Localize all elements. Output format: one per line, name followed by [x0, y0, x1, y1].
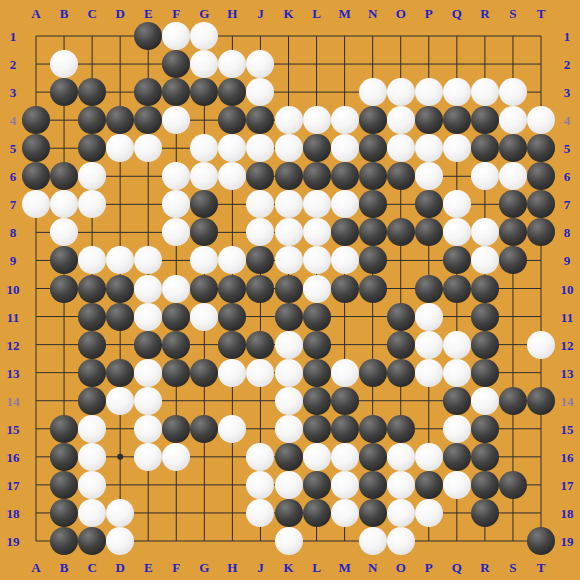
stone-white[interactable]	[303, 106, 331, 134]
stone-white[interactable]	[387, 527, 415, 555]
column-label-bottom: C	[87, 561, 96, 574]
column-label-top: D	[115, 7, 124, 20]
stone-white[interactable]	[331, 499, 359, 527]
column-label-bottom: N	[368, 561, 377, 574]
column-label-bottom: L	[312, 561, 321, 574]
stone-white[interactable]	[443, 415, 471, 443]
stone-white[interactable]	[415, 303, 443, 331]
stone-white[interactable]	[275, 471, 303, 499]
stone-white[interactable]	[527, 106, 555, 134]
stone-white[interactable]	[331, 106, 359, 134]
column-label-top: M	[338, 7, 350, 20]
stone-black[interactable]	[78, 331, 106, 359]
row-label-right: 11	[561, 310, 573, 323]
stone-black[interactable]	[387, 218, 415, 246]
stone-white[interactable]	[275, 415, 303, 443]
stone-black[interactable]	[22, 106, 50, 134]
stone-white[interactable]	[275, 527, 303, 555]
stone-black[interactable]	[359, 134, 387, 162]
column-label-bottom: Q	[452, 561, 462, 574]
stone-white[interactable]	[218, 359, 246, 387]
stone-white[interactable]	[134, 275, 162, 303]
row-label-left: 1	[10, 30, 17, 43]
stone-black[interactable]	[387, 303, 415, 331]
row-label-right: 6	[564, 170, 571, 183]
stone-white[interactable]	[443, 134, 471, 162]
stone-black[interactable]	[359, 190, 387, 218]
column-label-top: K	[283, 7, 293, 20]
stone-white[interactable]	[415, 331, 443, 359]
stone-white[interactable]	[303, 443, 331, 471]
stone-black[interactable]	[303, 387, 331, 415]
stone-white[interactable]	[415, 359, 443, 387]
row-label-left: 13	[7, 366, 20, 379]
stone-white[interactable]	[415, 499, 443, 527]
row-label-left: 16	[7, 450, 20, 463]
column-label-bottom: R	[480, 561, 489, 574]
stone-white[interactable]	[387, 499, 415, 527]
stone-black[interactable]	[387, 415, 415, 443]
stone-black[interactable]	[303, 162, 331, 190]
stone-white[interactable]	[415, 162, 443, 190]
stone-white[interactable]	[499, 78, 527, 106]
column-label-top: A	[31, 7, 40, 20]
column-label-bottom: G	[199, 561, 209, 574]
stone-white[interactable]	[275, 246, 303, 274]
stone-black[interactable]	[499, 134, 527, 162]
column-label-top: F	[172, 7, 180, 20]
column-label-bottom: D	[115, 561, 124, 574]
stone-black[interactable]	[331, 387, 359, 415]
stone-black[interactable]	[303, 331, 331, 359]
column-label-top: O	[396, 7, 406, 20]
stone-white[interactable]	[471, 387, 499, 415]
column-label-top: J	[257, 7, 264, 20]
stone-white[interactable]	[134, 359, 162, 387]
stone-black[interactable]	[246, 275, 274, 303]
stone-black[interactable]	[387, 359, 415, 387]
stone-white[interactable]	[275, 106, 303, 134]
stone-white[interactable]	[331, 443, 359, 471]
stone-white[interactable]	[331, 134, 359, 162]
stone-black[interactable]	[106, 303, 134, 331]
stone-white[interactable]	[134, 415, 162, 443]
stone-black[interactable]	[303, 499, 331, 527]
stone-white[interactable]	[106, 499, 134, 527]
stone-black[interactable]	[359, 275, 387, 303]
stone-black[interactable]	[415, 471, 443, 499]
stone-white[interactable]	[443, 471, 471, 499]
row-label-left: 18	[7, 506, 20, 519]
stone-black[interactable]	[443, 106, 471, 134]
stone-white[interactable]	[303, 246, 331, 274]
stone-black[interactable]	[359, 162, 387, 190]
stone-white[interactable]	[331, 190, 359, 218]
stone-white[interactable]	[415, 78, 443, 106]
column-label-bottom: K	[283, 561, 293, 574]
stone-black[interactable]	[471, 359, 499, 387]
stone-black[interactable]	[190, 275, 218, 303]
row-label-right: 12	[561, 338, 574, 351]
row-label-right: 16	[561, 450, 574, 463]
stone-black[interactable]	[303, 359, 331, 387]
stone-black[interactable]	[331, 415, 359, 443]
stone-black[interactable]	[359, 218, 387, 246]
column-label-top: L	[312, 7, 321, 20]
stone-white[interactable]	[331, 359, 359, 387]
column-label-top: E	[144, 7, 153, 20]
stone-black[interactable]	[50, 78, 78, 106]
stone-black[interactable]	[359, 471, 387, 499]
stone-black[interactable]	[246, 331, 274, 359]
row-label-left: 4	[10, 114, 17, 127]
stone-black[interactable]	[190, 359, 218, 387]
stone-white[interactable]	[50, 50, 78, 78]
stone-black[interactable]	[471, 499, 499, 527]
stone-black[interactable]	[331, 218, 359, 246]
stone-white[interactable]	[387, 471, 415, 499]
stone-black[interactable]	[78, 359, 106, 387]
stone-white[interactable]	[134, 387, 162, 415]
column-label-top: B	[60, 7, 69, 20]
stone-black[interactable]	[78, 527, 106, 555]
stone-white[interactable]	[275, 134, 303, 162]
column-label-bottom: M	[338, 561, 350, 574]
stone-black[interactable]	[331, 275, 359, 303]
column-label-bottom: H	[227, 561, 237, 574]
stone-black[interactable]	[162, 331, 190, 359]
row-label-left: 17	[7, 478, 20, 491]
stone-white[interactable]	[78, 443, 106, 471]
stone-white[interactable]	[443, 331, 471, 359]
stone-black[interactable]	[275, 499, 303, 527]
stone-white[interactable]	[275, 331, 303, 359]
column-label-bottom: E	[144, 561, 153, 574]
column-label-top: Q	[452, 7, 462, 20]
row-label-left: 19	[7, 535, 20, 548]
stone-black[interactable]	[106, 359, 134, 387]
column-label-bottom: P	[425, 561, 433, 574]
stone-black[interactable]	[471, 415, 499, 443]
row-label-right: 3	[564, 86, 571, 99]
stone-white[interactable]	[218, 415, 246, 443]
row-label-right: 14	[561, 394, 574, 407]
column-label-bottom: J	[257, 561, 264, 574]
stone-white[interactable]	[471, 78, 499, 106]
row-label-left: 14	[7, 394, 20, 407]
row-label-left: 5	[10, 142, 17, 155]
stone-white[interactable]	[499, 106, 527, 134]
stone-white[interactable]	[275, 190, 303, 218]
row-label-right: 19	[561, 535, 574, 548]
stone-black[interactable]	[275, 303, 303, 331]
row-label-right: 2	[564, 58, 571, 71]
stone-black[interactable]	[387, 331, 415, 359]
stone-black[interactable]	[387, 162, 415, 190]
stone-black[interactable]	[415, 218, 443, 246]
star-point	[117, 454, 123, 460]
stone-white[interactable]	[443, 359, 471, 387]
stone-black[interactable]	[50, 275, 78, 303]
stone-white[interactable]	[471, 162, 499, 190]
stone-white[interactable]	[387, 443, 415, 471]
stone-white[interactable]	[303, 218, 331, 246]
column-label-bottom: F	[172, 561, 180, 574]
stone-white[interactable]	[387, 106, 415, 134]
stone-white[interactable]	[359, 78, 387, 106]
row-label-left: 6	[10, 170, 17, 183]
stone-white[interactable]	[303, 275, 331, 303]
row-label-left: 3	[10, 86, 17, 99]
stone-black[interactable]	[471, 106, 499, 134]
stone-black[interactable]	[331, 162, 359, 190]
stone-white[interactable]	[162, 275, 190, 303]
column-label-bottom: O	[396, 561, 406, 574]
stone-black[interactable]	[162, 415, 190, 443]
stone-white[interactable]	[331, 471, 359, 499]
stone-black[interactable]	[50, 443, 78, 471]
stone-white[interactable]	[134, 303, 162, 331]
row-label-right: 8	[564, 226, 571, 239]
stone-white[interactable]	[275, 359, 303, 387]
stone-black[interactable]	[50, 415, 78, 443]
stone-black[interactable]	[78, 387, 106, 415]
stone-black[interactable]	[303, 303, 331, 331]
stone-black[interactable]	[443, 275, 471, 303]
stone-black[interactable]	[471, 134, 499, 162]
row-label-left: 11	[7, 310, 19, 323]
stone-black[interactable]	[359, 106, 387, 134]
row-label-left: 2	[10, 58, 17, 71]
stone-black[interactable]	[218, 303, 246, 331]
row-label-left: 7	[10, 198, 17, 211]
row-label-left: 15	[7, 422, 20, 435]
row-label-left: 9	[10, 254, 17, 267]
row-label-right: 13	[561, 366, 574, 379]
stone-white[interactable]	[246, 359, 274, 387]
column-label-top: T	[537, 7, 546, 20]
stone-black[interactable]	[303, 415, 331, 443]
stone-black[interactable]	[50, 499, 78, 527]
stone-black[interactable]	[415, 106, 443, 134]
stone-black[interactable]	[218, 331, 246, 359]
column-label-bottom: S	[509, 561, 516, 574]
stone-white[interactable]	[331, 246, 359, 274]
row-label-right: 9	[564, 254, 571, 267]
stone-white[interactable]	[303, 190, 331, 218]
stone-black[interactable]	[499, 387, 527, 415]
column-label-bottom: T	[537, 561, 546, 574]
stone-white[interactable]	[359, 527, 387, 555]
stone-black[interactable]	[359, 415, 387, 443]
stone-white[interactable]	[78, 415, 106, 443]
stone-black[interactable]	[527, 387, 555, 415]
stone-black[interactable]	[415, 275, 443, 303]
column-label-bottom: A	[31, 561, 40, 574]
stone-black[interactable]	[218, 275, 246, 303]
stone-white[interactable]	[78, 499, 106, 527]
column-label-top: G	[199, 7, 209, 20]
stone-black[interactable]	[50, 471, 78, 499]
column-label-top: C	[87, 7, 96, 20]
column-label-top: H	[227, 7, 237, 20]
stone-black[interactable]	[275, 443, 303, 471]
row-label-right: 15	[561, 422, 574, 435]
row-label-right: 4	[564, 114, 571, 127]
row-label-right: 1	[564, 30, 571, 43]
stone-white[interactable]	[190, 303, 218, 331]
row-label-right: 5	[564, 142, 571, 155]
stone-black[interactable]	[190, 415, 218, 443]
stone-white[interactable]	[106, 387, 134, 415]
column-label-top: N	[368, 7, 377, 20]
column-label-top: R	[480, 7, 489, 20]
row-label-left: 8	[10, 226, 17, 239]
stone-black[interactable]	[50, 527, 78, 555]
stone-black[interactable]	[78, 303, 106, 331]
stone-white[interactable]	[415, 443, 443, 471]
stone-black[interactable]	[134, 331, 162, 359]
stone-black[interactable]	[471, 331, 499, 359]
stone-black[interactable]	[527, 527, 555, 555]
stone-black[interactable]	[471, 275, 499, 303]
stone-black[interactable]	[359, 499, 387, 527]
stone-black[interactable]	[359, 359, 387, 387]
stone-black[interactable]	[162, 359, 190, 387]
stone-black[interactable]	[471, 471, 499, 499]
stone-black[interactable]	[443, 443, 471, 471]
stone-black[interactable]	[471, 443, 499, 471]
stone-white[interactable]	[415, 134, 443, 162]
stone-white[interactable]	[162, 443, 190, 471]
stone-black[interactable]	[78, 275, 106, 303]
stone-white[interactable]	[443, 190, 471, 218]
row-label-left: 10	[7, 282, 20, 295]
column-label-bottom: B	[60, 561, 69, 574]
stone-black[interactable]	[303, 134, 331, 162]
column-label-top: S	[509, 7, 516, 20]
stone-white[interactable]	[106, 527, 134, 555]
stone-white[interactable]	[387, 78, 415, 106]
stone-white[interactable]	[275, 218, 303, 246]
stone-black[interactable]	[275, 162, 303, 190]
go-board[interactable]: AABBCCDDEEFFGGHHJJKKLLMMNNOOPPQQRRSSTT11…	[0, 0, 580, 580]
stone-black[interactable]	[303, 471, 331, 499]
stone-black[interactable]	[499, 471, 527, 499]
stone-white[interactable]	[275, 387, 303, 415]
row-label-left: 12	[7, 338, 20, 351]
row-label-right: 17	[561, 478, 574, 491]
stone-white[interactable]	[134, 443, 162, 471]
stone-white[interactable]	[387, 134, 415, 162]
stone-white[interactable]	[78, 471, 106, 499]
row-label-right: 7	[564, 198, 571, 211]
stone-black[interactable]	[162, 303, 190, 331]
stone-white[interactable]	[443, 78, 471, 106]
stone-black[interactable]	[471, 303, 499, 331]
stone-black[interactable]	[359, 246, 387, 274]
stone-black[interactable]	[415, 190, 443, 218]
column-label-top: P	[425, 7, 433, 20]
stone-black[interactable]	[359, 443, 387, 471]
stone-white[interactable]	[527, 331, 555, 359]
row-label-right: 18	[561, 506, 574, 519]
stone-black[interactable]	[106, 275, 134, 303]
row-label-right: 10	[561, 282, 574, 295]
stone-black[interactable]	[275, 275, 303, 303]
stone-black[interactable]	[443, 387, 471, 415]
